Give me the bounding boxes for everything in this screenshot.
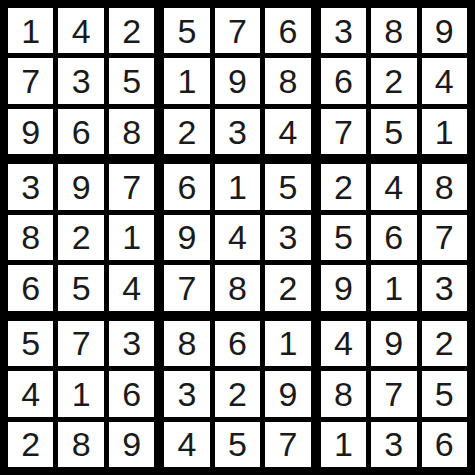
cell-r1c1[interactable]: 1 [8, 8, 53, 53]
cell-r3c9[interactable]: 1 [422, 109, 467, 154]
box-1-1: 142735968 [8, 8, 154, 154]
cell-r7c6[interactable]: 1 [265, 321, 310, 366]
cell-r7c9[interactable]: 2 [422, 321, 467, 366]
cell-r4c3[interactable]: 7 [109, 164, 154, 209]
cell-r3c4[interactable]: 2 [164, 109, 209, 154]
cell-r7c1[interactable]: 5 [8, 321, 53, 366]
cell-r6c8[interactable]: 1 [371, 265, 416, 310]
cell-r6c6[interactable]: 2 [265, 265, 310, 310]
cell-r4c8[interactable]: 4 [371, 164, 416, 209]
box-1-2: 576198234 [164, 8, 310, 154]
cell-r1c7[interactable]: 3 [321, 8, 366, 53]
cell-r5c2[interactable]: 2 [58, 215, 103, 260]
cell-r1c8[interactable]: 8 [371, 8, 416, 53]
cell-r3c8[interactable]: 5 [371, 109, 416, 154]
cell-r9c3[interactable]: 9 [109, 422, 154, 467]
cell-r5c1[interactable]: 8 [8, 215, 53, 260]
cell-r9c4[interactable]: 4 [164, 422, 209, 467]
cell-r2c4[interactable]: 1 [164, 58, 209, 103]
cell-r9c6[interactable]: 7 [265, 422, 310, 467]
cell-r5c6[interactable]: 3 [265, 215, 310, 260]
cell-r2c2[interactable]: 3 [58, 58, 103, 103]
sudoku-board: 1427359685761982343896247513978216546159… [0, 0, 475, 475]
cell-r4c1[interactable]: 3 [8, 164, 53, 209]
box-3-2: 861329457 [164, 321, 310, 467]
cell-r7c2[interactable]: 7 [58, 321, 103, 366]
cell-r8c6[interactable]: 9 [265, 371, 310, 416]
cell-r3c7[interactable]: 7 [321, 109, 366, 154]
cell-r6c3[interactable]: 4 [109, 265, 154, 310]
cell-r7c4[interactable]: 8 [164, 321, 209, 366]
cell-r9c7[interactable]: 1 [321, 422, 366, 467]
cell-r2c7[interactable]: 6 [321, 58, 366, 103]
cell-r5c9[interactable]: 7 [422, 215, 467, 260]
cell-r4c9[interactable]: 8 [422, 164, 467, 209]
cell-r6c9[interactable]: 3 [422, 265, 467, 310]
cell-r6c1[interactable]: 6 [8, 265, 53, 310]
cell-r3c2[interactable]: 6 [58, 109, 103, 154]
cell-r5c3[interactable]: 1 [109, 215, 154, 260]
cell-r2c1[interactable]: 7 [8, 58, 53, 103]
cell-r8c5[interactable]: 2 [215, 371, 260, 416]
cell-r8c2[interactable]: 1 [58, 371, 103, 416]
cell-r1c2[interactable]: 4 [58, 8, 103, 53]
cell-r4c6[interactable]: 5 [265, 164, 310, 209]
cell-r2c5[interactable]: 9 [215, 58, 260, 103]
box-1-3: 389624751 [321, 8, 467, 154]
cell-r8c7[interactable]: 8 [321, 371, 366, 416]
cell-r4c2[interactable]: 9 [58, 164, 103, 209]
cell-r7c8[interactable]: 9 [371, 321, 416, 366]
cell-r1c3[interactable]: 2 [109, 8, 154, 53]
cell-r9c8[interactable]: 3 [371, 422, 416, 467]
box-2-2: 615943782 [164, 164, 310, 310]
cell-r8c4[interactable]: 3 [164, 371, 209, 416]
cell-r9c5[interactable]: 5 [215, 422, 260, 467]
cell-r2c6[interactable]: 8 [265, 58, 310, 103]
box-2-1: 397821654 [8, 164, 154, 310]
cell-r4c7[interactable]: 2 [321, 164, 366, 209]
cell-r8c9[interactable]: 5 [422, 371, 467, 416]
box-3-1: 573416289 [8, 321, 154, 467]
cell-r1c5[interactable]: 7 [215, 8, 260, 53]
cell-r1c9[interactable]: 9 [422, 8, 467, 53]
cell-r6c4[interactable]: 7 [164, 265, 209, 310]
cell-r9c9[interactable]: 6 [422, 422, 467, 467]
cell-r8c3[interactable]: 6 [109, 371, 154, 416]
cell-r3c1[interactable]: 9 [8, 109, 53, 154]
cell-r1c6[interactable]: 6 [265, 8, 310, 53]
cell-r7c3[interactable]: 3 [109, 321, 154, 366]
cell-r9c2[interactable]: 8 [58, 422, 103, 467]
box-2-3: 248567913 [321, 164, 467, 310]
box-3-3: 492875136 [321, 321, 467, 467]
cell-r5c4[interactable]: 9 [164, 215, 209, 260]
cell-r7c5[interactable]: 6 [215, 321, 260, 366]
cell-r8c8[interactable]: 7 [371, 371, 416, 416]
cell-r6c5[interactable]: 8 [215, 265, 260, 310]
cell-r3c6[interactable]: 4 [265, 109, 310, 154]
cell-r5c5[interactable]: 4 [215, 215, 260, 260]
cell-r3c3[interactable]: 8 [109, 109, 154, 154]
cell-r1c4[interactable]: 5 [164, 8, 209, 53]
cell-r7c7[interactable]: 4 [321, 321, 366, 366]
cell-r4c5[interactable]: 1 [215, 164, 260, 209]
cell-r8c1[interactable]: 4 [8, 371, 53, 416]
cell-r6c2[interactable]: 5 [58, 265, 103, 310]
cell-r3c5[interactable]: 3 [215, 109, 260, 154]
cell-r4c4[interactable]: 6 [164, 164, 209, 209]
cell-r5c8[interactable]: 6 [371, 215, 416, 260]
cell-r5c7[interactable]: 5 [321, 215, 366, 260]
cell-r6c7[interactable]: 9 [321, 265, 366, 310]
cell-r2c9[interactable]: 4 [422, 58, 467, 103]
cell-r2c3[interactable]: 5 [109, 58, 154, 103]
cell-r9c1[interactable]: 2 [8, 422, 53, 467]
cell-r2c8[interactable]: 2 [371, 58, 416, 103]
